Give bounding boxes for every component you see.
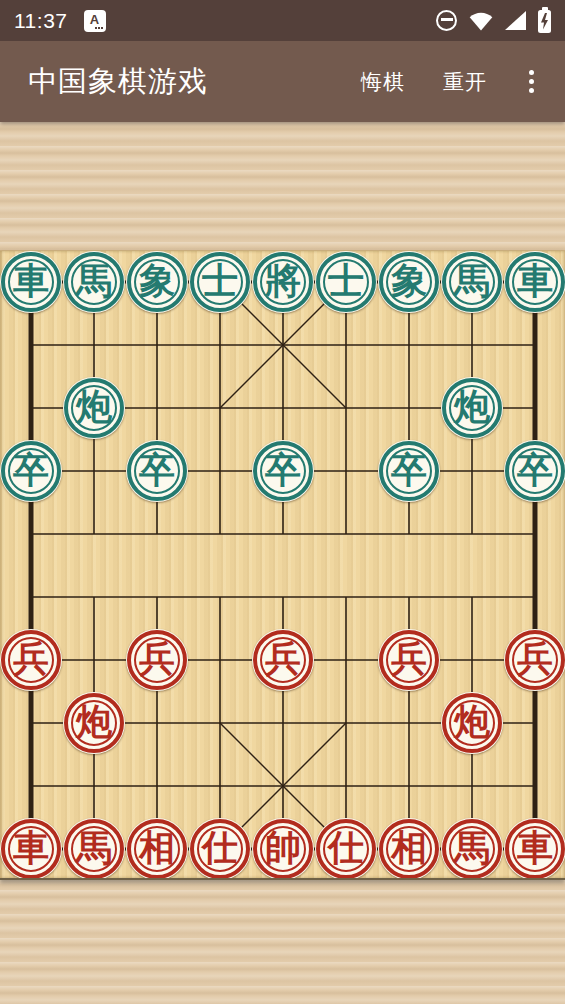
piece-red-馬-c1r9[interactable]: 馬 xyxy=(63,818,125,880)
piece-black-馬-c1r0[interactable]: 馬 xyxy=(63,251,125,313)
piece-red-仕-c3r9[interactable]: 仕 xyxy=(189,818,251,880)
piece-black-馬-c7r0[interactable]: 馬 xyxy=(441,251,503,313)
piece-red-炮-c1r7[interactable]: 炮 xyxy=(63,692,125,754)
piece-character: 炮 xyxy=(76,704,112,740)
piece-character: 馬 xyxy=(76,263,112,299)
overflow-menu-button[interactable] xyxy=(511,58,551,106)
undo-move-button[interactable]: 悔棋 xyxy=(347,58,419,106)
piece-red-帥-c4r9[interactable]: 帥 xyxy=(252,818,314,880)
piece-character: 車 xyxy=(517,830,553,866)
piece-black-卒-c6r3[interactable]: 卒 xyxy=(378,440,440,502)
pieces-layer: 車馬象士將士象馬車炮炮卒卒卒卒卒兵兵兵兵兵炮炮車馬相仕帥仕相馬車 xyxy=(0,251,565,878)
piece-character: 卒 xyxy=(265,452,301,488)
piece-black-卒-c0r3[interactable]: 卒 xyxy=(0,440,62,502)
piece-black-炮-c7r2[interactable]: 炮 xyxy=(441,377,503,439)
piece-character: 相 xyxy=(139,830,175,866)
xiangqi-board[interactable]: 車馬象士將士象馬車炮炮卒卒卒卒卒兵兵兵兵兵炮炮車馬相仕帥仕相馬車 xyxy=(0,250,565,880)
piece-black-卒-c4r3[interactable]: 卒 xyxy=(252,440,314,502)
game-area: 車馬象士將士象馬車炮炮卒卒卒卒卒兵兵兵兵兵炮炮車馬相仕帥仕相馬車 xyxy=(0,122,565,1004)
status-bar: 11:37 A xyxy=(0,0,565,41)
piece-character: 將 xyxy=(265,263,301,299)
piece-character: 炮 xyxy=(454,389,490,425)
status-bar-right xyxy=(436,8,551,33)
piece-character: 炮 xyxy=(454,704,490,740)
battery-charging-icon xyxy=(538,10,551,33)
piece-character: 卒 xyxy=(13,452,49,488)
overflow-dot xyxy=(529,79,534,84)
piece-character: 士 xyxy=(202,263,238,299)
piece-black-卒-c2r3[interactable]: 卒 xyxy=(126,440,188,502)
piece-black-象-c2r0[interactable]: 象 xyxy=(126,251,188,313)
piece-character: 兵 xyxy=(139,641,175,677)
wifi-icon xyxy=(469,11,493,31)
piece-red-兵-c6r6[interactable]: 兵 xyxy=(378,629,440,691)
piece-character: 炮 xyxy=(76,389,112,425)
piece-character: 象 xyxy=(391,263,427,299)
piece-character: 兵 xyxy=(391,641,427,677)
app-bar: 中国象棋游戏 悔棋 重开 xyxy=(0,41,565,122)
piece-character: 相 xyxy=(391,830,427,866)
piece-character: 兵 xyxy=(13,641,49,677)
restart-game-button[interactable]: 重开 xyxy=(429,58,501,106)
cellular-signal-icon xyxy=(505,11,526,30)
piece-red-車-c0r9[interactable]: 車 xyxy=(0,818,62,880)
piece-red-相-c6r9[interactable]: 相 xyxy=(378,818,440,880)
piece-character: 馬 xyxy=(454,830,490,866)
piece-black-車-c0r0[interactable]: 車 xyxy=(0,251,62,313)
do-not-disturb-icon xyxy=(436,10,457,31)
piece-black-車-c8r0[interactable]: 車 xyxy=(504,251,565,313)
piece-character: 仕 xyxy=(328,830,364,866)
piece-character: 馬 xyxy=(454,263,490,299)
piece-red-相-c2r9[interactable]: 相 xyxy=(126,818,188,880)
piece-black-象-c6r0[interactable]: 象 xyxy=(378,251,440,313)
piece-character: 兵 xyxy=(265,641,301,677)
piece-red-馬-c7r9[interactable]: 馬 xyxy=(441,818,503,880)
piece-black-卒-c8r3[interactable]: 卒 xyxy=(504,440,565,502)
overflow-dot xyxy=(529,88,534,93)
piece-red-兵-c0r6[interactable]: 兵 xyxy=(0,629,62,691)
piece-black-士-c5r0[interactable]: 士 xyxy=(315,251,377,313)
piece-character: 象 xyxy=(139,263,175,299)
piece-red-車-c8r9[interactable]: 車 xyxy=(504,818,565,880)
piece-character: 士 xyxy=(328,263,364,299)
phone-screen: 11:37 A 中国象棋游戏 悔棋 重开 xyxy=(0,0,565,1004)
piece-character: 馬 xyxy=(76,830,112,866)
input-method-letter: A xyxy=(90,12,99,27)
piece-red-炮-c7r7[interactable]: 炮 xyxy=(441,692,503,754)
piece-character: 帥 xyxy=(265,830,301,866)
piece-black-士-c3r0[interactable]: 士 xyxy=(189,251,251,313)
input-method-dots xyxy=(101,27,103,29)
app-bar-actions: 悔棋 重开 xyxy=(347,58,551,106)
piece-red-仕-c5r9[interactable]: 仕 xyxy=(315,818,377,880)
clock: 11:37 xyxy=(14,9,68,33)
piece-character: 仕 xyxy=(202,830,238,866)
piece-character: 車 xyxy=(13,263,49,299)
status-bar-left: 11:37 A xyxy=(14,9,106,33)
piece-character: 卒 xyxy=(517,452,553,488)
piece-black-炮-c1r2[interactable]: 炮 xyxy=(63,377,125,439)
piece-red-兵-c4r6[interactable]: 兵 xyxy=(252,629,314,691)
input-method-icon: A xyxy=(84,10,106,32)
piece-black-將-c4r0[interactable]: 將 xyxy=(252,251,314,313)
overflow-dot xyxy=(529,70,534,75)
piece-red-兵-c8r6[interactable]: 兵 xyxy=(504,629,565,691)
app-title: 中国象棋游戏 xyxy=(28,62,208,102)
piece-red-兵-c2r6[interactable]: 兵 xyxy=(126,629,188,691)
piece-character: 車 xyxy=(13,830,49,866)
piece-character: 卒 xyxy=(391,452,427,488)
piece-character: 車 xyxy=(517,263,553,299)
piece-character: 兵 xyxy=(517,641,553,677)
piece-character: 卒 xyxy=(139,452,175,488)
